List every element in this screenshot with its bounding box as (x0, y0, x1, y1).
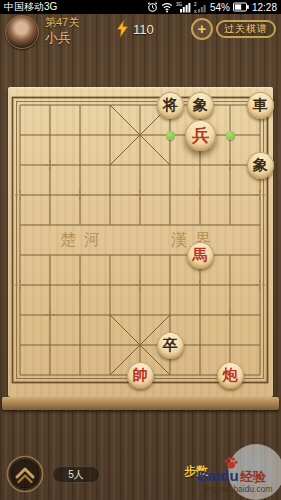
status-bar: 中国移动3G 3G 2 x 54% (0, 0, 281, 14)
piece-black-卒[interactable]: 卒 (157, 332, 184, 359)
move-hint-dot[interactable] (166, 131, 175, 140)
energy-count: 110 (133, 22, 154, 37)
battery-icon (233, 2, 249, 12)
battery-percent-label: 54% (210, 2, 230, 13)
xiangqi-board: 楚河 漢界 将象車兵象馬卒帥炮 (8, 87, 273, 397)
level-manual-button[interactable]: 过关棋谱 (216, 20, 276, 38)
clock-label: 12:28 (252, 2, 277, 13)
baidu-paw-icon (224, 456, 238, 469)
watermark-brand: Baidu (197, 467, 239, 484)
piece-black-車[interactable]: 車 (247, 92, 274, 119)
svg-text:x: x (194, 8, 197, 14)
board-ledge (2, 397, 279, 410)
alarm-icon (147, 1, 158, 13)
piece-red-馬[interactable]: 馬 (187, 242, 214, 269)
wifi-icon (161, 1, 173, 13)
piece-red-炮[interactable]: 炮 (217, 362, 244, 389)
baidu-jingyan-watermark: Baidu 经验 jingyan.baidu.com (180, 438, 281, 500)
svg-text:3G: 3G (176, 2, 183, 7)
svg-text:2: 2 (194, 2, 197, 7)
level-label: 第47关 (45, 15, 79, 30)
watermark-url: jingyan.baidu.com (204, 484, 273, 494)
piece-black-象[interactable]: 象 (187, 92, 214, 119)
app-screen: 中国移动3G 3G 2 x 54% (0, 0, 281, 500)
sim2-no-signal-icon: 2 x (194, 1, 207, 13)
add-energy-button[interactable]: + (191, 18, 213, 40)
carrier-label: 中国移动3G (4, 0, 57, 14)
online-players-badge: 5人 (52, 466, 100, 483)
player-avatar[interactable] (5, 15, 39, 49)
piece-black-象[interactable]: 象 (247, 152, 274, 179)
signal-3g-icon: 3G (176, 1, 191, 13)
move-hint-dot[interactable] (226, 131, 235, 140)
energy-bolt-icon (116, 20, 129, 38)
collapse-menu-button[interactable] (6, 455, 44, 493)
rank-label: 小兵 (45, 29, 71, 47)
board-grid[interactable]: 将象車兵象馬卒帥炮 (5, 90, 275, 390)
piece-red-帥[interactable]: 帥 (127, 362, 154, 389)
piece-red-兵[interactable]: 兵 (184, 119, 215, 150)
piece-black-将[interactable]: 将 (157, 92, 184, 119)
